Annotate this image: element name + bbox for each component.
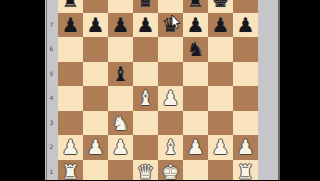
rank-label-5: 5 (45, 70, 58, 77)
square-b7[interactable]: ♟ (83, 13, 108, 38)
square-b2[interactable]: ♟ (83, 135, 108, 160)
square-h6[interactable] (233, 37, 258, 62)
black-knight-piece[interactable]: ♞ (183, 37, 208, 62)
square-d8[interactable]: ♛ (133, 0, 158, 13)
white-queen-piece[interactable]: ♛ (133, 160, 158, 181)
square-g1[interactable] (208, 160, 233, 181)
square-g2[interactable]: ♟ (208, 135, 233, 160)
square-c2[interactable]: ♟ (108, 135, 133, 160)
mouse-cursor-icon (171, 15, 182, 30)
square-a1[interactable]: ♜ (58, 160, 83, 181)
black-pawn-piece[interactable]: ♟ (208, 13, 233, 38)
square-e2[interactable]: ♝ (158, 135, 183, 160)
square-c8[interactable] (108, 0, 133, 13)
square-f4[interactable] (183, 86, 208, 111)
white-rook-piece[interactable]: ♜ (58, 160, 83, 181)
square-e8[interactable] (158, 0, 183, 13)
square-g3[interactable] (208, 111, 233, 136)
rank-label-6: 6 (45, 45, 58, 52)
square-d3[interactable] (133, 111, 158, 136)
square-e6[interactable] (158, 37, 183, 62)
square-d2[interactable] (133, 135, 158, 160)
black-queen-piece[interactable]: ♛ (133, 0, 158, 13)
rank-label-3: 3 (45, 119, 58, 126)
chess-board[interactable]: ♜♛♜♚♟♟♟♟♛♟♟♟♞♝♝♟♞♟♟♟♝♟♟♟♜♛♚♜ (58, 0, 258, 180)
square-b6[interactable] (83, 37, 108, 62)
square-h2[interactable]: ♟ (233, 135, 258, 160)
white-pawn-piece[interactable]: ♟ (58, 135, 83, 160)
square-g7[interactable]: ♟ (208, 13, 233, 38)
black-rook-piece[interactable]: ♜ (58, 0, 83, 13)
white-bishop-piece[interactable]: ♝ (133, 86, 158, 111)
square-e4[interactable]: ♟ (158, 86, 183, 111)
square-c7[interactable]: ♟ (108, 13, 133, 38)
square-b3[interactable] (83, 111, 108, 136)
right-panel-strip (258, 0, 278, 180)
black-bishop-piece[interactable]: ♝ (108, 62, 133, 87)
square-e3[interactable] (158, 111, 183, 136)
square-b1[interactable] (83, 160, 108, 181)
square-c3[interactable]: ♞ (108, 111, 133, 136)
rank-label-4: 4 (45, 94, 58, 101)
square-h7[interactable]: ♟ (233, 13, 258, 38)
square-f6[interactable]: ♞ (183, 37, 208, 62)
square-d6[interactable] (133, 37, 158, 62)
square-f5[interactable] (183, 62, 208, 87)
white-king-piece[interactable]: ♚ (158, 160, 183, 181)
square-a3[interactable] (58, 111, 83, 136)
square-c1[interactable] (108, 160, 133, 181)
square-f3[interactable] (183, 111, 208, 136)
white-pawn-piece[interactable]: ♟ (183, 135, 208, 160)
black-pawn-piece[interactable]: ♟ (133, 13, 158, 38)
square-a4[interactable] (58, 86, 83, 111)
square-g4[interactable] (208, 86, 233, 111)
square-a5[interactable] (58, 62, 83, 87)
white-bishop-piece[interactable]: ♝ (158, 135, 183, 160)
square-h8[interactable] (233, 0, 258, 13)
square-b4[interactable] (83, 86, 108, 111)
square-a6[interactable] (58, 37, 83, 62)
square-g6[interactable] (208, 37, 233, 62)
black-pawn-piece[interactable]: ♟ (183, 13, 208, 38)
square-c4[interactable] (108, 86, 133, 111)
black-pawn-piece[interactable]: ♟ (108, 13, 133, 38)
white-pawn-piece[interactable]: ♟ (158, 86, 183, 111)
square-c6[interactable] (108, 37, 133, 62)
video-frame: ♜♛♜♚♟♟♟♟♛♟♟♟♞♝♝♟♞♟♟♟♝♟♟♟♜♛♚♜ 7654321 (0, 0, 320, 180)
rank-label-1: 1 (45, 168, 58, 175)
square-h1[interactable]: ♜ (233, 160, 258, 181)
square-b8[interactable] (83, 0, 108, 13)
square-f2[interactable]: ♟ (183, 135, 208, 160)
white-pawn-piece[interactable]: ♟ (208, 135, 233, 160)
square-e5[interactable] (158, 62, 183, 87)
white-pawn-piece[interactable]: ♟ (233, 135, 258, 160)
white-pawn-piece[interactable]: ♟ (83, 135, 108, 160)
rank-label-2: 2 (45, 143, 58, 150)
white-pawn-piece[interactable]: ♟ (108, 135, 133, 160)
square-h3[interactable] (233, 111, 258, 136)
square-a7[interactable]: ♟ (58, 13, 83, 38)
square-f8[interactable]: ♜ (183, 0, 208, 13)
black-pawn-piece[interactable]: ♟ (233, 13, 258, 38)
white-rook-piece[interactable]: ♜ (233, 160, 258, 181)
square-c5[interactable]: ♝ (108, 62, 133, 87)
square-a2[interactable]: ♟ (58, 135, 83, 160)
square-d1[interactable]: ♛ (133, 160, 158, 181)
square-g5[interactable] (208, 62, 233, 87)
square-h5[interactable] (233, 62, 258, 87)
panel-divider-right (278, 0, 280, 180)
square-b5[interactable] (83, 62, 108, 87)
square-e1[interactable]: ♚ (158, 160, 183, 181)
black-pawn-piece[interactable]: ♟ (58, 13, 83, 38)
white-knight-piece[interactable]: ♞ (108, 111, 133, 136)
rank-label-7: 7 (45, 21, 58, 28)
square-f1[interactable] (183, 160, 208, 181)
pillarbox-left (0, 0, 45, 180)
square-h4[interactable] (233, 86, 258, 111)
black-rook-piece[interactable]: ♜ (183, 0, 208, 13)
square-g8[interactable]: ♚ (208, 0, 233, 13)
square-a8[interactable]: ♜ (58, 0, 83, 13)
square-f7[interactable]: ♟ (183, 13, 208, 38)
square-d7[interactable]: ♟ (133, 13, 158, 38)
square-d5[interactable] (133, 62, 158, 87)
pillarbox-right (280, 0, 320, 180)
black-pawn-piece[interactable]: ♟ (83, 13, 108, 38)
square-d4[interactable]: ♝ (133, 86, 158, 111)
black-king-piece[interactable]: ♚ (208, 0, 233, 13)
